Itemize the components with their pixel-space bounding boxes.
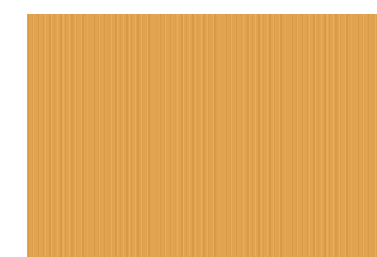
go-app-window	[0, 0, 377, 257]
go-board[interactable]	[27, 14, 377, 257]
column-labels-strip	[0, 0, 377, 14]
row-labels-strip	[0, 0, 27, 257]
